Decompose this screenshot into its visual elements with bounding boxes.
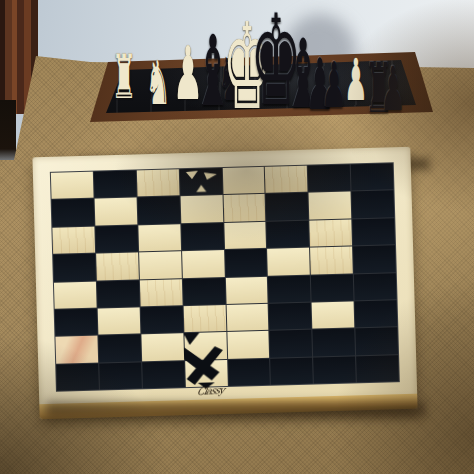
board-cell-r8c6[interactable] xyxy=(270,357,313,385)
board-cell-r7c3[interactable] xyxy=(141,333,184,361)
board-cell-r5c4[interactable] xyxy=(182,278,225,306)
board-cell-r2c8[interactable] xyxy=(352,191,395,219)
board-cell-r6c7[interactable] xyxy=(312,301,355,329)
board-cell-r1c5[interactable] xyxy=(222,167,265,195)
x-motif-bottom xyxy=(183,332,228,389)
board-cell-r7c6[interactable] xyxy=(270,330,313,358)
board-cell-r4c4[interactable] xyxy=(182,250,225,278)
board-cell-r1c4[interactable] xyxy=(179,168,222,196)
star-motif-top xyxy=(179,168,222,196)
board-cell-r8c7[interactable] xyxy=(313,356,356,384)
board-cell-r4c6[interactable] xyxy=(267,248,310,276)
board-cell-r6c2[interactable] xyxy=(98,307,141,335)
board-cell-r1c7[interactable] xyxy=(308,164,351,192)
board-cell-r8c2[interactable] xyxy=(99,362,142,390)
board-cell-r8c3[interactable] xyxy=(142,361,185,389)
board-cell-r5c1[interactable] xyxy=(54,281,97,309)
board-cell-r4c8[interactable] xyxy=(353,245,396,273)
board-cell-r6c4[interactable] xyxy=(183,305,226,333)
board-cell-r3c1[interactable] xyxy=(52,226,95,254)
board-cell-r2c2[interactable] xyxy=(94,198,137,226)
board-cell-r5c6[interactable] xyxy=(268,275,311,303)
board-cell-r4c7[interactable] xyxy=(310,247,353,275)
board-shadow xyxy=(46,402,426,418)
board-cell-r7c7[interactable] xyxy=(313,329,356,357)
board-cell-r3c3[interactable] xyxy=(138,224,181,252)
board-cell-r5c8[interactable] xyxy=(354,273,397,301)
board-cell-r1c1[interactable] xyxy=(51,172,94,200)
board-cell-r6c5[interactable] xyxy=(226,304,269,332)
board-cell-r7c2[interactable] xyxy=(98,335,141,363)
board-cell-r2c7[interactable] xyxy=(309,192,352,220)
board-cell-r1c2[interactable] xyxy=(94,170,137,198)
board-cell-r1c6[interactable] xyxy=(265,166,308,194)
board-cell-r8c8[interactable] xyxy=(356,355,399,383)
board-cell-r7c1[interactable] xyxy=(55,336,98,364)
board-cell-r2c1[interactable] xyxy=(52,199,95,227)
board-cell-r4c5[interactable] xyxy=(225,249,268,277)
board-cell-r2c5[interactable] xyxy=(223,194,266,222)
board-cell-r2c4[interactable] xyxy=(180,195,223,223)
board-cell-r5c7[interactable] xyxy=(311,274,354,302)
white-rook-piece[interactable]: ♜ xyxy=(111,54,136,100)
white-knight-piece[interactable]: ♞ xyxy=(145,60,170,106)
board-cell-r1c8[interactable] xyxy=(351,163,394,191)
board-cell-r2c6[interactable] xyxy=(266,193,309,221)
black-pawn-piece-3[interactable]: ♟ xyxy=(380,66,405,112)
board-cell-r3c8[interactable] xyxy=(352,218,395,246)
board-cell-r3c4[interactable] xyxy=(181,223,224,251)
chess-scene: ♜♞♟♞♝♚♚♝♟♟♟♜♟ Classy xyxy=(0,0,474,474)
board-cell-r3c7[interactable] xyxy=(310,219,353,247)
x-motif-bottom-shape xyxy=(183,332,228,389)
furniture-shadow xyxy=(0,100,16,170)
board-cell-r4c2[interactable] xyxy=(96,253,139,281)
board-cell-r4c1[interactable] xyxy=(53,254,96,282)
board-cell-r7c5[interactable] xyxy=(227,331,270,359)
board-cell-r5c3[interactable] xyxy=(140,279,183,307)
board-cell-r8c1[interactable] xyxy=(56,363,99,391)
board-cell-r2c3[interactable] xyxy=(137,197,180,225)
board-cell-r6c3[interactable] xyxy=(140,306,183,334)
board-cell-r6c8[interactable] xyxy=(355,300,398,328)
board-cell-r5c5[interactable] xyxy=(225,276,268,304)
board-cell-r4c3[interactable] xyxy=(139,251,182,279)
board-cell-r3c6[interactable] xyxy=(267,220,310,248)
board-cell-r3c2[interactable] xyxy=(95,225,138,253)
board-cell-r6c1[interactable] xyxy=(55,308,98,336)
board-cell-r5c2[interactable] xyxy=(97,280,140,308)
wooden-chessboard: Classy xyxy=(32,147,417,419)
board-cell-r6c6[interactable] xyxy=(269,302,312,330)
board-cell-r3c5[interactable] xyxy=(224,222,267,250)
board-cell-r1c3[interactable] xyxy=(137,169,180,197)
board-cell-r7c8[interactable] xyxy=(355,327,398,355)
